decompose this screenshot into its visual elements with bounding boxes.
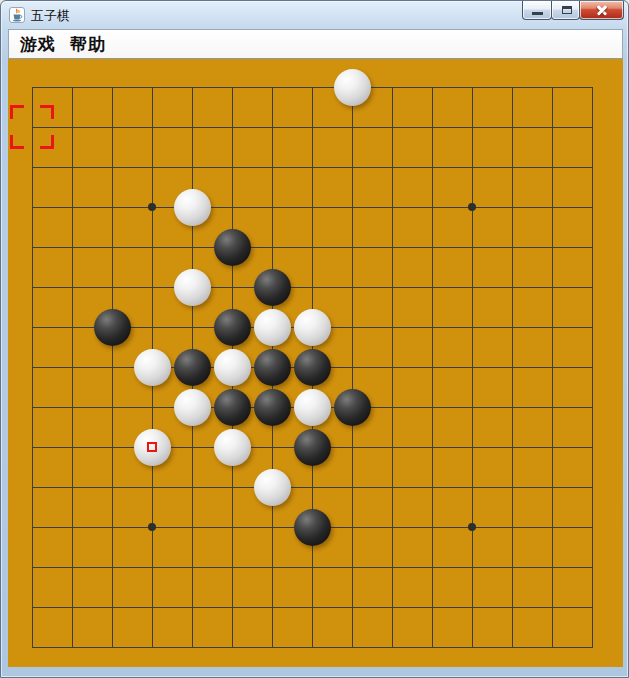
stone-black xyxy=(294,349,331,386)
last-move-marker xyxy=(147,442,157,452)
star-point xyxy=(148,523,156,531)
stone-white xyxy=(214,349,251,386)
stone-white xyxy=(254,469,291,506)
stone-black xyxy=(334,389,371,426)
minimize-icon xyxy=(532,12,543,15)
java-coffee-cup-icon xyxy=(9,7,25,23)
stone-black xyxy=(214,389,251,426)
stone-black xyxy=(294,509,331,546)
window: 五子棋 游戏 帮助 xyxy=(0,0,629,678)
menubar: 游戏 帮助 xyxy=(8,29,623,59)
stone-black xyxy=(294,429,331,466)
stone-white xyxy=(334,69,371,106)
stone-white xyxy=(294,389,331,426)
board-panel xyxy=(8,59,623,667)
star-point xyxy=(148,203,156,211)
stone-black xyxy=(174,349,211,386)
stone-black xyxy=(254,389,291,426)
close-button[interactable] xyxy=(579,1,624,20)
stone-white xyxy=(214,429,251,466)
stone-black xyxy=(214,229,251,266)
stone-black xyxy=(214,309,251,346)
titlebar[interactable]: 五子棋 xyxy=(1,1,629,29)
menu-item-game[interactable]: 游戏 xyxy=(13,31,63,58)
minimize-button[interactable] xyxy=(522,1,552,20)
stone-white xyxy=(134,349,171,386)
close-icon xyxy=(596,5,608,16)
stone-white xyxy=(254,309,291,346)
stone-white xyxy=(294,309,331,346)
star-point xyxy=(468,203,476,211)
stone-black xyxy=(94,309,131,346)
stone-white xyxy=(174,189,211,226)
stone-white xyxy=(174,269,211,306)
board-grid[interactable] xyxy=(32,87,593,648)
stone-white xyxy=(174,389,211,426)
window-controls xyxy=(523,1,624,20)
stone-black xyxy=(254,349,291,386)
menu-item-help[interactable]: 帮助 xyxy=(63,31,113,58)
window-title: 五子棋 xyxy=(31,7,70,25)
cursor-marker xyxy=(10,105,54,149)
maximize-button[interactable] xyxy=(551,1,580,20)
maximize-icon xyxy=(562,6,572,14)
star-point xyxy=(468,523,476,531)
stone-black xyxy=(254,269,291,306)
